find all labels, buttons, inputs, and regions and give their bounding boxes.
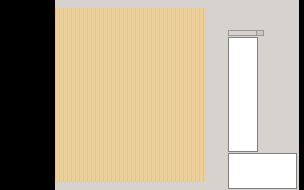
black-side-bar: [55, 0, 206, 8]
right-panel: [206, 0, 299, 190]
move-list-dropdown-button[interactable]: [256, 31, 263, 35]
red-side-bar: [55, 182, 206, 190]
move-list-header: [228, 30, 264, 36]
xiangqi-app-window: [0, 0, 304, 190]
xiangqi-board[interactable]: [55, 8, 206, 182]
board-grid: [55, 8, 206, 182]
notes-pane[interactable]: [228, 153, 297, 189]
move-list[interactable]: [228, 37, 258, 152]
